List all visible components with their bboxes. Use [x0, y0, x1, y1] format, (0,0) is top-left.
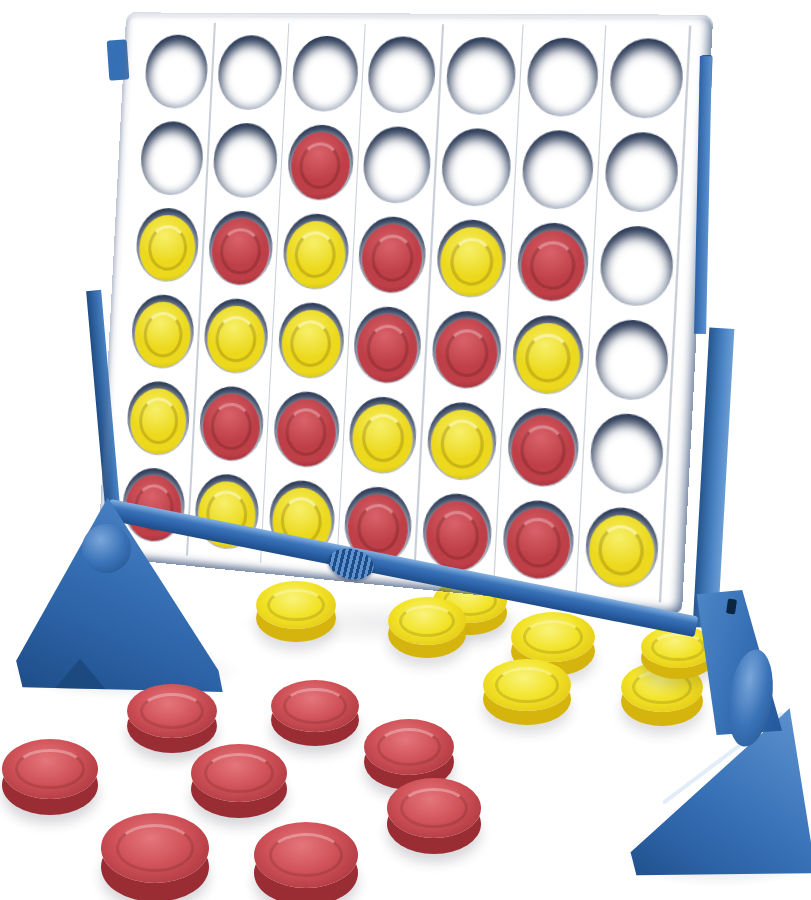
cell-r6c6	[495, 490, 582, 590]
cell-r1c3	[285, 29, 366, 119]
board-hole	[272, 389, 341, 469]
board-hole	[212, 123, 279, 199]
cell-r2c5	[434, 121, 519, 215]
cell-r3c6	[509, 215, 596, 311]
board-hole	[421, 491, 493, 575]
cell-r5c6	[500, 398, 587, 497]
cell-r3c7	[592, 218, 681, 315]
board-disc-red	[434, 317, 499, 390]
board-disc-yellow	[206, 304, 266, 374]
floor-disc-red	[127, 684, 217, 738]
board-hole	[131, 293, 196, 370]
floor-disc-red	[101, 813, 209, 883]
board-hole	[608, 39, 684, 120]
board-hole	[426, 400, 498, 483]
cell-r3c1	[130, 200, 207, 290]
cell-r1c1	[139, 28, 216, 116]
board-disc-yellow	[134, 300, 193, 369]
cell-r1c6	[519, 31, 606, 125]
floor-disc-yellow	[483, 659, 571, 711]
cell-r3c5	[429, 212, 514, 307]
cell-r2c2	[206, 116, 285, 206]
floor-disc-red	[191, 744, 287, 802]
board-hole	[198, 384, 265, 463]
board-disc-red	[275, 397, 337, 469]
board-hole	[203, 297, 270, 375]
board-disc-red	[425, 498, 490, 573]
floor-disc-red	[271, 680, 359, 732]
left-hinge-cap	[82, 524, 131, 573]
board-hole	[277, 301, 346, 380]
board-hole	[286, 124, 355, 201]
floor-disc-red	[364, 719, 454, 775]
floor-disc-yellow	[621, 662, 703, 712]
board-hole	[521, 130, 595, 211]
board-hole	[525, 38, 599, 118]
board-disc-red	[356, 313, 420, 385]
board-hole	[135, 207, 200, 283]
board-hole	[598, 225, 674, 308]
board-hole	[358, 216, 428, 295]
connect-four-photo-scene	[0, 0, 811, 900]
board-hole	[588, 411, 664, 496]
floor-disc-red	[2, 739, 98, 799]
board-hole	[511, 314, 585, 397]
board-disc-yellow	[285, 220, 347, 290]
board-disc-yellow	[439, 226, 504, 298]
board-hole	[501, 497, 575, 582]
board-disc-red	[361, 223, 425, 294]
cell-r5c7	[582, 404, 671, 504]
cell-r5c5	[420, 393, 505, 490]
board-hole	[445, 37, 517, 116]
board-disc-red	[210, 217, 270, 286]
cell-r4c7	[587, 311, 676, 410]
board-hole	[362, 126, 433, 204]
cell-r5c1	[121, 372, 198, 464]
floor-disc-yellow	[256, 581, 336, 629]
board-disc-yellow	[129, 386, 188, 456]
board-disc-red	[510, 413, 577, 488]
cell-r2c4	[356, 119, 439, 211]
board-hole	[281, 213, 350, 291]
board-hole	[126, 379, 191, 457]
cell-r3c4	[352, 209, 435, 302]
cell-r4c2	[197, 290, 276, 382]
board-hole	[140, 121, 205, 196]
cell-r2c6	[514, 123, 601, 218]
cell-r5c4	[342, 387, 425, 483]
board-hole	[593, 318, 669, 402]
board-disc-red	[201, 391, 261, 462]
cell-r2c7	[597, 125, 687, 221]
board-hole	[506, 405, 580, 489]
cell-r4c4	[347, 298, 430, 393]
board-hole	[436, 219, 508, 300]
board-hole	[207, 210, 274, 287]
board-hole	[603, 132, 679, 214]
cell-r2c1	[134, 114, 211, 203]
board-hole	[431, 309, 503, 391]
floor-disc-yellow	[388, 597, 466, 645]
cell-r4c3	[271, 294, 352, 387]
cell-r1c7	[601, 32, 691, 127]
cell-r4c5	[425, 302, 510, 398]
board-hole	[348, 395, 418, 477]
cell-r6c7	[577, 497, 666, 598]
board-disc-yellow	[514, 321, 581, 395]
cell-r2c3	[280, 118, 361, 209]
board-hole	[516, 222, 590, 304]
board-hole	[353, 305, 423, 386]
board-hole	[144, 35, 209, 109]
board-hole	[440, 128, 512, 208]
board-hole	[584, 504, 660, 590]
board-disc-red	[289, 132, 351, 201]
board-disc-red	[505, 505, 572, 581]
board-disc-yellow	[138, 214, 197, 282]
right-edge-strip-lower	[693, 328, 735, 629]
cell-r4c6	[505, 306, 592, 403]
cell-r3c3	[276, 206, 357, 298]
cell-r1c2	[211, 29, 290, 118]
floor-disc-red	[387, 778, 481, 838]
board-hole	[367, 37, 438, 114]
board-hole	[216, 36, 283, 111]
floor-disc-red	[254, 822, 358, 888]
cell-r5c3	[266, 382, 346, 477]
board-disc-red	[519, 229, 586, 302]
board-disc-yellow	[280, 308, 342, 379]
cell-r4c1	[125, 286, 202, 377]
cell-r1c4	[361, 30, 444, 121]
cell-r1c5	[439, 31, 524, 123]
board-disc-yellow	[351, 402, 415, 475]
cell-r5c2	[192, 377, 270, 470]
board-disc-yellow	[429, 408, 494, 482]
board-disc-yellow	[587, 512, 656, 589]
board-hole	[291, 36, 360, 112]
floor-disc-yellow	[511, 612, 595, 662]
cell-r3c2	[202, 203, 281, 294]
right-leg-foot	[617, 689, 811, 881]
